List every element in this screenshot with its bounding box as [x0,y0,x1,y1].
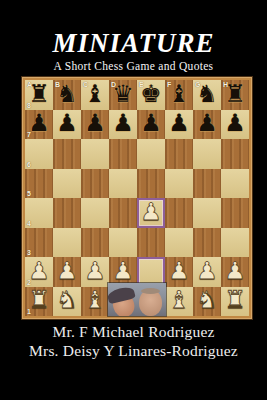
black-pawn-icon: ♟ [28,111,50,135]
square-c8[interactable]: C♝ [81,80,109,110]
square-c2[interactable]: ♟ [81,257,109,287]
square-h7[interactable]: ♟ [221,110,249,140]
square-h8[interactable]: H♜ [221,80,249,110]
white-pawn-icon: ♟ [140,200,162,224]
black-bishop-icon: ♝ [84,82,106,106]
rank-label-5: 5 [27,190,31,197]
square-h2[interactable]: ♟ [221,257,249,287]
square-h3[interactable] [221,228,249,258]
square-g7[interactable]: ♟ [193,110,221,140]
white-bishop-icon: ♝ [84,288,106,312]
square-h5[interactable] [221,169,249,199]
square-a3[interactable]: 3 [25,228,53,258]
square-g2[interactable]: ♟ [193,257,221,287]
square-g6[interactable] [193,139,221,169]
book-title: MINIATURE [0,29,267,57]
authors-block: Mr. F Michael Rodriguez Mrs. Deisy Y Lin… [0,322,267,360]
square-b1[interactable]: ♞ [53,287,81,317]
square-d4[interactable] [109,198,137,228]
square-c1[interactable]: ♝ [81,287,109,317]
square-a6[interactable]: 6 [25,139,53,169]
square-g4[interactable] [193,198,221,228]
square-a4[interactable]: 4 [25,198,53,228]
square-b8[interactable]: B♞ [53,80,81,110]
black-pawn-icon: ♟ [56,111,78,135]
square-c3[interactable] [81,228,109,258]
square-d6[interactable] [109,139,137,169]
square-e6[interactable] [137,139,165,169]
author-face-right [139,289,162,316]
black-pawn-icon: ♟ [224,111,246,135]
square-a2[interactable]: 2♟ [25,257,53,287]
black-knight-icon: ♞ [196,82,218,106]
black-bishop-icon: ♝ [168,82,190,106]
square-g5[interactable] [193,169,221,199]
square-a1[interactable]: 1♜ [25,287,53,317]
white-pawn-icon: ♟ [112,259,134,283]
square-h6[interactable] [221,139,249,169]
author-line-1: Mr. F Michael Rodriguez [0,322,267,341]
rank-label-3: 3 [27,249,31,256]
black-queen-icon: ♛ [112,82,134,106]
square-g1[interactable]: ♞ [193,287,221,317]
square-c6[interactable] [81,139,109,169]
white-pawn-icon: ♟ [224,259,246,283]
white-rook-icon: ♜ [28,288,50,312]
square-g8[interactable]: G♞ [193,80,221,110]
white-pawn-icon: ♟ [56,259,78,283]
square-b3[interactable] [53,228,81,258]
square-c7[interactable]: ♟ [81,110,109,140]
black-pawn-icon: ♟ [140,111,162,135]
black-rook-icon: ♜ [224,82,246,106]
square-f2[interactable]: ♟ [165,257,193,287]
square-h4[interactable] [221,198,249,228]
square-f5[interactable] [165,169,193,199]
black-pawn-icon: ♟ [112,111,134,135]
chess-board-frame: A8♜B♞C♝D♛E♚F♝G♞H♜7♟♟♟♟♟♟♟♟654♟32♟♟♟♟♟♟♟1… [21,76,253,320]
white-rook-icon: ♜ [224,288,246,312]
black-pawn-icon: ♟ [84,111,106,135]
black-rook-icon: ♜ [28,82,50,106]
square-c5[interactable] [81,169,109,199]
white-pawn-icon: ♟ [28,259,50,283]
book-cover: MINIATURE A Short Chess Game and Quotes … [0,0,267,400]
authors-photo [108,283,166,317]
square-c4[interactable] [81,198,109,228]
square-f4[interactable] [165,198,193,228]
square-d8[interactable]: D♛ [109,80,137,110]
square-b4[interactable] [53,198,81,228]
square-a7[interactable]: 7♟ [25,110,53,140]
chess-board: A8♜B♞C♝D♛E♚F♝G♞H♜7♟♟♟♟♟♟♟♟654♟32♟♟♟♟♟♟♟1… [25,80,249,316]
author-face-left [110,289,136,316]
square-f6[interactable] [165,139,193,169]
white-pawn-icon: ♟ [196,259,218,283]
square-e3[interactable] [137,228,165,258]
square-e5[interactable] [137,169,165,199]
square-a8[interactable]: A8♜ [25,80,53,110]
square-f7[interactable]: ♟ [165,110,193,140]
square-f3[interactable] [165,228,193,258]
black-king-icon: ♚ [140,82,162,106]
square-e7[interactable]: ♟ [137,110,165,140]
white-bishop-icon: ♝ [168,288,190,312]
black-knight-icon: ♞ [56,82,78,106]
white-pawn-icon: ♟ [168,259,190,283]
square-d3[interactable] [109,228,137,258]
book-subtitle: A Short Chess Game and Quotes [0,60,267,72]
white-knight-icon: ♞ [56,288,78,312]
square-f1[interactable]: ♝ [165,287,193,317]
white-knight-icon: ♞ [196,288,218,312]
square-b5[interactable] [53,169,81,199]
square-b2[interactable]: ♟ [53,257,81,287]
rank-label-6: 6 [27,161,31,168]
black-pawn-icon: ♟ [168,111,190,135]
square-b6[interactable] [53,139,81,169]
author-line-2: Mrs. Deisy Y Linares-Rodriguez [0,341,267,360]
square-d7[interactable]: ♟ [109,110,137,140]
square-d5[interactable] [109,169,137,199]
white-pawn-icon: ♟ [84,259,106,283]
square-f8[interactable]: F♝ [165,80,193,110]
square-g3[interactable] [193,228,221,258]
square-e8[interactable]: E♚ [137,80,165,110]
square-a5[interactable]: 5 [25,169,53,199]
square-h1[interactable]: ♜ [221,287,249,317]
square-e4[interactable]: ♟ [137,198,165,228]
square-b7[interactable]: ♟ [53,110,81,140]
rank-label-4: 4 [27,220,31,227]
black-pawn-icon: ♟ [196,111,218,135]
